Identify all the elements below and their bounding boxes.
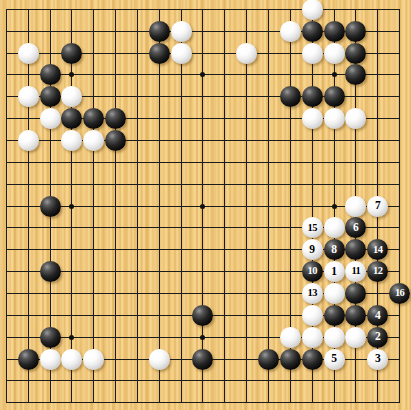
black-stone [302, 86, 323, 107]
move-number-label: 14 [373, 244, 382, 255]
grid-line-horizontal [6, 402, 400, 403]
black-stone [324, 305, 345, 326]
white-stone [302, 327, 323, 348]
move-number-label: 3 [375, 353, 381, 365]
white-stone [40, 349, 61, 370]
white-stone [236, 43, 257, 64]
move-number-label: 13 [308, 288, 317, 299]
move-number-label: 1 [331, 265, 337, 277]
black-stone [192, 349, 213, 370]
move-number-label: 9 [309, 244, 315, 256]
white-stone [302, 108, 323, 129]
move-number-label: 15 [308, 222, 317, 233]
white-stone [149, 349, 170, 370]
black-stone [105, 108, 126, 129]
white-stone [324, 217, 345, 238]
move-number-label: 16 [395, 288, 404, 299]
white-stone: 1 [324, 261, 345, 282]
black-stone: 6 [345, 217, 366, 238]
grid-line-horizontal [6, 380, 400, 381]
move-number-label: 11 [352, 266, 361, 277]
black-stone: 8 [324, 239, 345, 260]
black-stone [345, 239, 366, 260]
black-stone [324, 86, 345, 107]
black-stone [345, 64, 366, 85]
black-stone [345, 283, 366, 304]
star-point [69, 204, 74, 209]
star-point [69, 72, 74, 77]
black-stone [149, 21, 170, 42]
star-point [200, 335, 205, 340]
black-stone [280, 86, 301, 107]
white-stone: 5 [324, 349, 345, 370]
white-stone: 7 [367, 196, 388, 217]
white-stone [280, 327, 301, 348]
white-stone [345, 196, 366, 217]
white-stone: 13 [302, 283, 323, 304]
white-stone [61, 349, 82, 370]
move-number-label: 8 [331, 244, 337, 256]
white-stone [18, 86, 39, 107]
black-stone [105, 130, 126, 151]
black-stone [18, 349, 39, 370]
black-stone: 4 [367, 305, 388, 326]
black-stone [40, 327, 61, 348]
move-number-label: 5 [331, 353, 337, 365]
star-point [332, 72, 337, 77]
grid-line-vertical [224, 9, 225, 403]
white-stone [61, 130, 82, 151]
white-stone [345, 327, 366, 348]
white-stone [345, 108, 366, 129]
white-stone [302, 43, 323, 64]
black-stone [149, 43, 170, 64]
white-stone [302, 305, 323, 326]
black-stone: 16 [389, 283, 410, 304]
white-stone [83, 349, 104, 370]
white-stone [40, 108, 61, 129]
move-number-label: 7 [375, 200, 381, 212]
white-stone: 11 [345, 261, 366, 282]
star-point [200, 72, 205, 77]
move-number-label: 6 [353, 222, 359, 234]
black-stone: 10 [302, 261, 323, 282]
black-stone [40, 261, 61, 282]
move-number-label: 2 [375, 331, 381, 343]
black-stone: 2 [367, 327, 388, 348]
black-stone [324, 21, 345, 42]
white-stone [324, 43, 345, 64]
grid-line-vertical [246, 9, 247, 403]
white-stone: 3 [367, 349, 388, 370]
white-stone: 15 [302, 217, 323, 238]
black-stone [40, 64, 61, 85]
black-stone [280, 349, 301, 370]
white-stone [83, 130, 104, 151]
black-stone: 14 [367, 239, 388, 260]
move-number-label: 12 [373, 266, 382, 277]
black-stone [192, 305, 213, 326]
black-stone [302, 349, 323, 370]
white-stone: 9 [302, 239, 323, 260]
star-point [332, 204, 337, 209]
black-stone [345, 43, 366, 64]
go-board[interactable]: 71569814101111213164253 [0, 0, 411, 410]
white-stone [18, 43, 39, 64]
black-stone [302, 21, 323, 42]
white-stone [324, 108, 345, 129]
black-stone [345, 21, 366, 42]
move-number-label: 10 [308, 266, 317, 277]
black-stone [83, 108, 104, 129]
white-stone [324, 327, 345, 348]
black-stone [61, 108, 82, 129]
white-stone [61, 86, 82, 107]
white-stone [171, 43, 192, 64]
white-stone [280, 21, 301, 42]
black-stone [40, 86, 61, 107]
black-stone [345, 305, 366, 326]
grid-line-vertical [399, 9, 400, 403]
black-stone [61, 43, 82, 64]
move-number-label: 4 [375, 309, 381, 321]
grid-line-vertical [268, 9, 269, 403]
black-stone [258, 349, 279, 370]
star-point [200, 204, 205, 209]
white-stone [171, 21, 192, 42]
black-stone: 12 [367, 261, 388, 282]
white-stone [324, 283, 345, 304]
star-point [69, 335, 74, 340]
white-stone [18, 130, 39, 151]
white-stone [302, 0, 323, 20]
black-stone [40, 196, 61, 217]
